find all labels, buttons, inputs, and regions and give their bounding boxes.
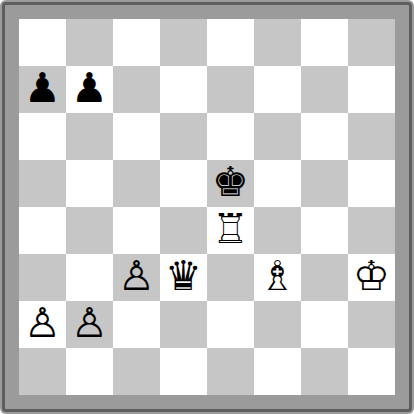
square-a4[interactable]: [19, 207, 66, 254]
square-e2[interactable]: [207, 301, 254, 348]
square-g2[interactable]: [301, 301, 348, 348]
square-e4[interactable]: ♖: [207, 207, 254, 254]
board-frame: ♟♟♚♖♙♛♗♔♙♙: [0, 0, 414, 414]
square-h1[interactable]: [348, 348, 395, 395]
black-queen-piece: ♛: [165, 256, 202, 297]
square-f2[interactable]: [254, 301, 301, 348]
square-b6[interactable]: [66, 113, 113, 160]
square-g3[interactable]: [301, 254, 348, 301]
white-rook-piece: ♖: [212, 209, 249, 250]
square-c7[interactable]: [113, 66, 160, 113]
square-c6[interactable]: [113, 113, 160, 160]
square-e5[interactable]: ♚: [207, 160, 254, 207]
square-c4[interactable]: [113, 207, 160, 254]
square-h2[interactable]: [348, 301, 395, 348]
square-g5[interactable]: [301, 160, 348, 207]
square-e7[interactable]: [207, 66, 254, 113]
square-f1[interactable]: [254, 348, 301, 395]
square-d7[interactable]: [160, 66, 207, 113]
square-d8[interactable]: [160, 19, 207, 66]
square-h8[interactable]: [348, 19, 395, 66]
square-g4[interactable]: [301, 207, 348, 254]
square-d3[interactable]: ♛: [160, 254, 207, 301]
square-d4[interactable]: [160, 207, 207, 254]
square-h7[interactable]: [348, 66, 395, 113]
square-e3[interactable]: [207, 254, 254, 301]
square-a1[interactable]: [19, 348, 66, 395]
square-d5[interactable]: [160, 160, 207, 207]
white-pawn-piece: ♙: [24, 303, 61, 344]
square-d1[interactable]: [160, 348, 207, 395]
square-a6[interactable]: [19, 113, 66, 160]
white-pawn-piece: ♙: [118, 256, 155, 297]
square-a3[interactable]: [19, 254, 66, 301]
black-king-piece: ♚: [212, 162, 249, 203]
square-h6[interactable]: [348, 113, 395, 160]
square-f7[interactable]: [254, 66, 301, 113]
square-g1[interactable]: [301, 348, 348, 395]
square-c8[interactable]: [113, 19, 160, 66]
square-b7[interactable]: ♟: [66, 66, 113, 113]
square-g8[interactable]: [301, 19, 348, 66]
board-frame-inner: ♟♟♚♖♙♛♗♔♙♙: [2, 2, 412, 412]
black-pawn-piece: ♟: [24, 68, 61, 109]
square-c2[interactable]: [113, 301, 160, 348]
square-b8[interactable]: [66, 19, 113, 66]
square-d2[interactable]: [160, 301, 207, 348]
square-e1[interactable]: [207, 348, 254, 395]
square-d6[interactable]: [160, 113, 207, 160]
black-pawn-piece: ♟: [71, 68, 108, 109]
square-b2[interactable]: ♙: [66, 301, 113, 348]
square-h4[interactable]: [348, 207, 395, 254]
square-c1[interactable]: [113, 348, 160, 395]
chess-board: ♟♟♚♖♙♛♗♔♙♙: [19, 19, 395, 395]
square-f8[interactable]: [254, 19, 301, 66]
square-g7[interactable]: [301, 66, 348, 113]
white-bishop-piece: ♗: [259, 256, 296, 297]
square-f6[interactable]: [254, 113, 301, 160]
square-e8[interactable]: [207, 19, 254, 66]
square-f4[interactable]: [254, 207, 301, 254]
square-c3[interactable]: ♙: [113, 254, 160, 301]
square-a5[interactable]: [19, 160, 66, 207]
square-b1[interactable]: [66, 348, 113, 395]
square-a2[interactable]: ♙: [19, 301, 66, 348]
square-b3[interactable]: [66, 254, 113, 301]
square-h3[interactable]: ♔: [348, 254, 395, 301]
square-f3[interactable]: ♗: [254, 254, 301, 301]
white-king-piece: ♔: [353, 256, 390, 297]
square-g6[interactable]: [301, 113, 348, 160]
square-f5[interactable]: [254, 160, 301, 207]
square-c5[interactable]: [113, 160, 160, 207]
square-b5[interactable]: [66, 160, 113, 207]
white-pawn-piece: ♙: [71, 303, 108, 344]
square-e6[interactable]: [207, 113, 254, 160]
square-h5[interactable]: [348, 160, 395, 207]
square-b4[interactable]: [66, 207, 113, 254]
square-a7[interactable]: ♟: [19, 66, 66, 113]
square-a8[interactable]: [19, 19, 66, 66]
